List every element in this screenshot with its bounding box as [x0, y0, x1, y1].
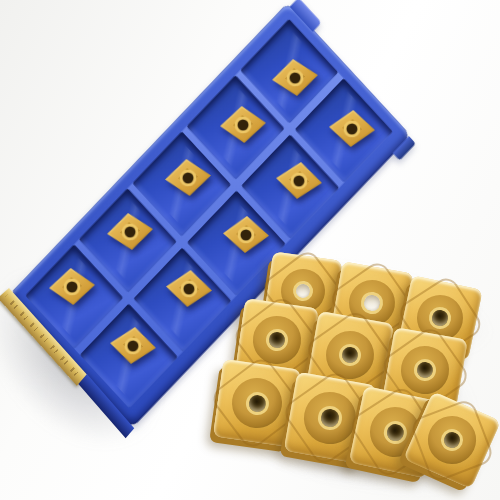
insert-center-hole	[412, 357, 437, 382]
box-insert	[163, 157, 212, 198]
insert-center-hole	[427, 305, 452, 330]
insert-center-hole	[381, 418, 408, 445]
box-insert	[274, 159, 324, 201]
insert-center-hole	[360, 291, 385, 316]
insert-center-hole	[237, 225, 255, 243]
product-photo-scene	[0, 0, 500, 500]
box-insert	[48, 266, 96, 306]
insert-center-hole	[291, 279, 314, 302]
box-insert	[270, 56, 320, 98]
box-insert	[222, 214, 270, 253]
box-latch-notch	[393, 136, 416, 161]
insert-center-hole	[316, 404, 343, 431]
insert-center-hole	[438, 426, 467, 455]
box-insert	[105, 210, 155, 252]
box-insert	[164, 268, 213, 309]
box-insert	[328, 108, 376, 148]
box-insert	[219, 104, 267, 144]
insert-center-hole	[337, 342, 363, 368]
insert-center-hole	[244, 390, 270, 416]
box-insert	[108, 324, 158, 366]
insert-center-hole	[265, 328, 290, 353]
